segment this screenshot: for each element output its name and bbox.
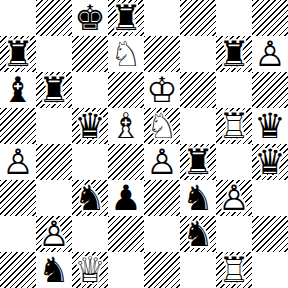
black-bishop-icon: ♝	[0, 72, 36, 108]
square-d1[interactable]	[108, 252, 144, 288]
square-e7[interactable]	[144, 36, 180, 72]
white-knight-icon: ♘	[108, 36, 144, 72]
square-c2[interactable]	[72, 216, 108, 252]
white-rook[interactable]: ♜♖	[216, 108, 252, 144]
white-pawn-icon: ♙	[252, 36, 288, 72]
black-queen[interactable]: ♛	[252, 108, 288, 144]
square-d7[interactable]: ♞♘	[108, 36, 144, 72]
square-g6[interactable]	[216, 72, 252, 108]
square-h7[interactable]: ♟♙	[252, 36, 288, 72]
square-g4[interactable]	[216, 144, 252, 180]
black-pawn[interactable]: ♟	[108, 180, 144, 216]
square-c8[interactable]: ♚	[72, 0, 108, 36]
white-queen-icon: ♕	[72, 252, 108, 288]
square-d5[interactable]: ♝♗	[108, 108, 144, 144]
black-queen[interactable]: ♛	[72, 108, 108, 144]
black-rook-icon: ♜	[180, 144, 216, 180]
square-c5[interactable]: ♛	[72, 108, 108, 144]
square-g5[interactable]: ♜♖	[216, 108, 252, 144]
square-a3[interactable]	[0, 180, 36, 216]
black-rook[interactable]: ♜	[108, 0, 144, 36]
chessboard: ♚♜♜♞♘♜♟♙♝♜♚♔♛♝♗♞♘♜♖♛♟♙♟♙♜♛♞♟♞♟♙♟♙♞♞♛♕♜♖	[0, 0, 288, 288]
square-g3[interactable]: ♟♙	[216, 180, 252, 216]
white-pawn[interactable]: ♟♙	[36, 216, 72, 252]
square-h4[interactable]: ♛	[252, 144, 288, 180]
black-king-icon: ♚	[72, 0, 108, 36]
black-pawn-icon: ♟	[108, 180, 144, 216]
black-knight[interactable]: ♞	[180, 180, 216, 216]
black-queen-icon: ♛	[252, 108, 288, 144]
white-king[interactable]: ♚♔	[144, 72, 180, 108]
black-knight-icon: ♞	[36, 252, 72, 288]
square-b5[interactable]	[36, 108, 72, 144]
black-rook[interactable]: ♜	[216, 36, 252, 72]
square-c6[interactable]	[72, 72, 108, 108]
square-c4[interactable]	[72, 144, 108, 180]
square-h5[interactable]: ♛	[252, 108, 288, 144]
square-b4[interactable]	[36, 144, 72, 180]
white-bishop-icon: ♗	[108, 108, 144, 144]
square-e2[interactable]	[144, 216, 180, 252]
square-f5[interactable]	[180, 108, 216, 144]
square-f8[interactable]	[180, 0, 216, 36]
black-queen[interactable]: ♛	[252, 144, 288, 180]
square-b8[interactable]	[36, 0, 72, 36]
black-knight-icon: ♞	[180, 216, 216, 252]
white-king-icon: ♔	[144, 72, 180, 108]
square-e8[interactable]	[144, 0, 180, 36]
black-bishop[interactable]: ♝	[0, 72, 36, 108]
black-knight-icon: ♞	[180, 180, 216, 216]
square-h1[interactable]	[252, 252, 288, 288]
square-a5[interactable]	[0, 108, 36, 144]
white-knight[interactable]: ♞♘	[144, 108, 180, 144]
white-pawn-icon: ♙	[144, 144, 180, 180]
square-h2[interactable]	[252, 216, 288, 252]
square-a6[interactable]: ♝	[0, 72, 36, 108]
square-a8[interactable]	[0, 0, 36, 36]
white-pawn-icon: ♙	[0, 144, 36, 180]
square-c1[interactable]: ♛♕	[72, 252, 108, 288]
black-knight[interactable]: ♞	[180, 216, 216, 252]
square-a4[interactable]: ♟♙	[0, 144, 36, 180]
square-c3[interactable]: ♞	[72, 180, 108, 216]
white-rook[interactable]: ♜♖	[216, 252, 252, 288]
black-knight[interactable]: ♞	[36, 252, 72, 288]
white-pawn[interactable]: ♟♙	[252, 36, 288, 72]
square-e1[interactable]	[144, 252, 180, 288]
square-h6[interactable]	[252, 72, 288, 108]
black-rook-icon: ♜	[216, 36, 252, 72]
square-f3[interactable]: ♞	[180, 180, 216, 216]
square-g2[interactable]	[216, 216, 252, 252]
square-b3[interactable]	[36, 180, 72, 216]
black-queen-icon: ♛	[72, 108, 108, 144]
white-pawn-icon: ♙	[216, 180, 252, 216]
square-a1[interactable]	[0, 252, 36, 288]
white-pawn-icon: ♙	[36, 216, 72, 252]
square-f1[interactable]	[180, 252, 216, 288]
white-knight[interactable]: ♞♘	[108, 36, 144, 72]
square-f4[interactable]: ♜	[180, 144, 216, 180]
black-rook[interactable]: ♜	[180, 144, 216, 180]
black-queen-icon: ♛	[252, 144, 288, 180]
black-rook[interactable]: ♜	[0, 36, 36, 72]
square-b6[interactable]: ♜	[36, 72, 72, 108]
black-rook-icon: ♜	[0, 36, 36, 72]
black-knight-icon: ♞	[72, 180, 108, 216]
square-d2[interactable]	[108, 216, 144, 252]
white-bishop[interactable]: ♝♗	[108, 108, 144, 144]
black-rook-icon: ♜	[36, 72, 72, 108]
square-e4[interactable]: ♟♙	[144, 144, 180, 180]
square-f2[interactable]: ♞	[180, 216, 216, 252]
white-knight-icon: ♘	[144, 108, 180, 144]
square-d8[interactable]: ♜	[108, 0, 144, 36]
square-d6[interactable]	[108, 72, 144, 108]
white-queen[interactable]: ♛♕	[72, 252, 108, 288]
square-a2[interactable]	[0, 216, 36, 252]
black-king[interactable]: ♚	[72, 0, 108, 36]
square-d4[interactable]	[108, 144, 144, 180]
square-e6[interactable]: ♚♔	[144, 72, 180, 108]
square-b1[interactable]: ♞	[36, 252, 72, 288]
square-e3[interactable]	[144, 180, 180, 216]
square-c7[interactable]	[72, 36, 108, 72]
square-g1[interactable]: ♜♖	[216, 252, 252, 288]
black-rook[interactable]: ♜	[36, 72, 72, 108]
square-a7[interactable]: ♜	[0, 36, 36, 72]
white-rook-icon: ♖	[216, 252, 252, 288]
square-h3[interactable]	[252, 180, 288, 216]
black-rook-icon: ♜	[108, 0, 144, 36]
square-f6[interactable]	[180, 72, 216, 108]
square-b2[interactable]: ♟♙	[36, 216, 72, 252]
white-pawn[interactable]: ♟♙	[216, 180, 252, 216]
square-g8[interactable]	[216, 0, 252, 36]
square-h8[interactable]	[252, 0, 288, 36]
square-e5[interactable]: ♞♘	[144, 108, 180, 144]
black-knight[interactable]: ♞	[72, 180, 108, 216]
square-g7[interactable]: ♜	[216, 36, 252, 72]
white-pawn[interactable]: ♟♙	[0, 144, 36, 180]
square-d3[interactable]: ♟	[108, 180, 144, 216]
white-rook-icon: ♖	[216, 108, 252, 144]
white-pawn[interactable]: ♟♙	[144, 144, 180, 180]
square-f7[interactable]	[180, 36, 216, 72]
square-b7[interactable]	[36, 36, 72, 72]
